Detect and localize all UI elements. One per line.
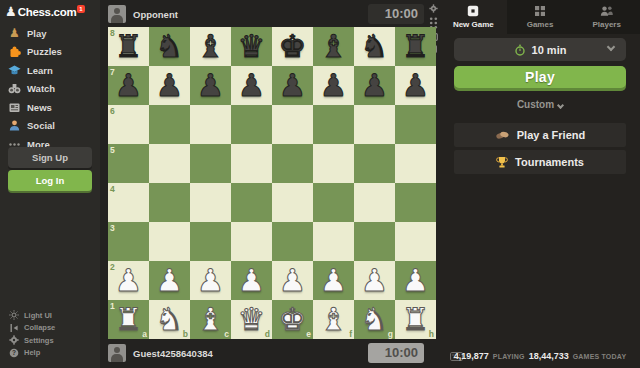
square-g2[interactable]: ♟ (354, 261, 395, 300)
black-pawn[interactable]: ♟ (190, 66, 231, 105)
players-icon (600, 5, 613, 17)
chesscom-pawn-logo-icon: ♟ (5, 5, 17, 19)
square-c2[interactable]: ♟ (190, 261, 231, 300)
nav-label: News (27, 102, 52, 113)
panel-tabs: New Game Games Players (440, 0, 640, 34)
svg-text:?: ? (12, 349, 16, 356)
black-pawn[interactable]: ♟ (149, 66, 190, 105)
log-in-button[interactable]: Log In (8, 170, 92, 191)
footer-label: Light UI (24, 311, 52, 320)
square-b3[interactable] (149, 222, 190, 261)
sidebar-nav: ♟ Play Puzzles Learn Watch News (0, 24, 100, 154)
square-d7[interactable]: ♟ (231, 66, 272, 105)
black-knight[interactable]: ♞ (354, 27, 395, 66)
white-pawn[interactable]: ♟ (272, 261, 313, 300)
player-name: Guest4258640384 (133, 348, 213, 359)
square-d6[interactable] (231, 105, 272, 144)
sidebar-item-social[interactable]: Social (0, 117, 100, 136)
black-king[interactable]: ♚ (272, 27, 313, 66)
games-today-label: GAMES TODAY (573, 353, 627, 360)
square-h2[interactable]: ♟ (395, 261, 436, 300)
collapse-icon (8, 323, 19, 333)
playing-label: PLAYING (493, 353, 525, 360)
square-d1[interactable]: d♛ (231, 300, 272, 339)
square-g1[interactable]: g♞ (354, 300, 395, 339)
nav-label: Play (27, 28, 47, 39)
tab-players[interactable]: Players (573, 0, 640, 34)
square-g4[interactable] (354, 183, 395, 222)
square-a5[interactable]: 5 (108, 144, 149, 183)
square-c7[interactable]: ♟ (190, 66, 231, 105)
rank-label-4: 4 (110, 185, 115, 194)
square-a4[interactable]: 4 (108, 183, 149, 222)
light-ui-icon (8, 310, 19, 320)
white-pawn[interactable]: ♟ (313, 261, 354, 300)
black-queen[interactable]: ♛ (231, 27, 272, 66)
white-rook[interactable]: ♜ (395, 300, 436, 339)
rank-label-6: 6 (110, 107, 115, 116)
white-bishop[interactable]: ♝ (313, 300, 354, 339)
square-h1[interactable]: h♜ (395, 300, 436, 339)
footer-label: Help (24, 348, 40, 357)
nav-label: Social (27, 120, 55, 131)
option-label: Play a Friend (517, 129, 585, 141)
square-c6[interactable] (190, 105, 231, 144)
square-h7[interactable]: ♟ (395, 66, 436, 105)
square-a3[interactable]: 3 (108, 222, 149, 261)
white-pawn[interactable]: ♟ (231, 261, 272, 300)
sidebar-item-play[interactable]: ♟ Play (0, 24, 100, 43)
playing-count: 4,19,877 (454, 351, 489, 361)
newspaper-icon (7, 100, 22, 114)
square-g8[interactable]: ♞ (354, 27, 395, 66)
tab-label: Games (527, 20, 554, 29)
square-g7[interactable]: ♟ (354, 66, 395, 105)
square-d4[interactable] (231, 183, 272, 222)
light-ui-toggle[interactable]: Light UI (0, 309, 100, 322)
square-a8[interactable]: 8♜ (108, 27, 149, 66)
square-h8[interactable]: ♜ (395, 27, 436, 66)
collapse-button[interactable]: Collapse (0, 322, 100, 335)
custom-toggle[interactable]: Custom (440, 99, 640, 110)
square-b4[interactable] (149, 183, 190, 222)
square-e2[interactable]: ♟ (272, 261, 313, 300)
games-today-count: 18,44,733 (529, 351, 569, 361)
white-knight[interactable]: ♞ (149, 300, 190, 339)
square-a7[interactable]: 7♟ (108, 66, 149, 105)
square-e6[interactable] (272, 105, 313, 144)
white-king[interactable]: ♚ (272, 300, 313, 339)
square-f7[interactable]: ♟ (313, 66, 354, 105)
nav-label: Learn (27, 65, 53, 76)
tab-games[interactable]: Games (507, 0, 574, 34)
player-bar: Guest4258640384 (108, 342, 213, 364)
white-pawn[interactable]: ♟ (190, 261, 231, 300)
black-rook[interactable]: ♜ (108, 27, 149, 66)
footer-label: Collapse (24, 323, 55, 332)
square-h3[interactable] (395, 222, 436, 261)
sign-up-button[interactable]: Sign Up (8, 147, 92, 168)
square-h4[interactable] (395, 183, 436, 222)
person-icon (7, 119, 22, 133)
black-bishop[interactable]: ♝ (313, 27, 354, 66)
square-h6[interactable] (395, 105, 436, 144)
opponent-name: Opponent (133, 9, 178, 20)
sidebar-item-watch[interactable]: Watch (0, 80, 100, 99)
sidebar: ♟ Chess.com 1 ♟ Play Puzzles Learn Watch (0, 0, 100, 368)
gear-icon (8, 335, 19, 345)
square-g5[interactable] (354, 144, 395, 183)
sidebar-item-learn[interactable]: Learn (0, 61, 100, 80)
black-pawn[interactable]: ♟ (272, 66, 313, 105)
play-a-friend-button[interactable]: Play a Friend (454, 123, 626, 147)
square-b2[interactable]: ♟ (149, 261, 190, 300)
square-b6[interactable] (149, 105, 190, 144)
black-rook[interactable]: ♜ (395, 27, 436, 66)
timer-icon (514, 44, 526, 56)
help-button[interactable]: ? Help (0, 347, 100, 360)
tournaments-button[interactable]: Tournaments (454, 150, 626, 174)
sidebar-item-news[interactable]: News (0, 98, 100, 117)
chesscom-logo[interactable]: ♟ Chess.com 1 (0, 0, 100, 21)
time-control-value: 10 min (532, 44, 567, 56)
square-a6[interactable]: 6 (108, 105, 149, 144)
player-clock: 10:00 (368, 343, 424, 363)
white-rook[interactable]: ♜ (108, 300, 149, 339)
live-stats: 4,19,877 PLAYING 18,44,733 GAMES TODAY (440, 351, 640, 361)
games-grid-icon (534, 5, 546, 17)
chevron-down-icon (607, 43, 615, 51)
square-a1[interactable]: 1a♜ (108, 300, 149, 339)
player-avatar[interactable] (108, 344, 126, 362)
square-c4[interactable] (190, 183, 231, 222)
play-pawn-icon: ♟ (7, 26, 22, 40)
chevron-down-icon (557, 102, 564, 109)
square-f3[interactable] (313, 222, 354, 261)
notification-badge: 1 (77, 5, 84, 13)
white-knight[interactable]: ♞ (354, 300, 395, 339)
rank-label-3: 3 (110, 224, 115, 233)
time-control-selector[interactable]: 10 min (454, 38, 626, 61)
opponent-avatar[interactable] (108, 5, 126, 23)
square-d5[interactable] (231, 144, 272, 183)
black-pawn[interactable]: ♟ (108, 66, 149, 105)
square-e8[interactable]: ♚ (272, 27, 313, 66)
help-icon: ? (8, 348, 19, 358)
square-d3[interactable] (231, 222, 272, 261)
white-pawn[interactable]: ♟ (354, 261, 395, 300)
tab-new-game[interactable]: New Game (440, 0, 507, 34)
chess-board[interactable]: 8♜♞♝♛♚♝♞♜7♟♟♟♟♟♟♟♟65432♟♟♟♟♟♟♟♟1a♜b♞c♝d♛… (108, 27, 436, 339)
new-game-panel: New Game Games Players 10 min Play Custo… (440, 0, 640, 368)
square-b7[interactable]: ♟ (149, 66, 190, 105)
game-area: Opponent 10:00 8♜♞♝♛♚♝♞♜7♟♟♟♟♟♟♟♟65432♟♟… (100, 0, 440, 368)
white-pawn[interactable]: ♟ (395, 261, 436, 300)
binoculars-icon (7, 82, 22, 96)
square-h5[interactable] (395, 144, 436, 183)
rank-label-5: 5 (110, 146, 115, 155)
sidebar-footer: Light UI Collapse Settings ? Help (0, 309, 100, 359)
tab-label: New Game (453, 20, 494, 29)
nav-label: Puzzles (27, 46, 62, 57)
square-b5[interactable] (149, 144, 190, 183)
square-d2[interactable]: ♟ (231, 261, 272, 300)
square-c8[interactable]: ♝ (190, 27, 231, 66)
square-f2[interactable]: ♟ (313, 261, 354, 300)
square-b8[interactable]: ♞ (149, 27, 190, 66)
trophy-icon (496, 156, 508, 169)
gear-icon[interactable] (429, 4, 438, 13)
graduation-cap-icon (7, 63, 22, 77)
black-pawn[interactable]: ♟ (231, 66, 272, 105)
tab-label: Players (592, 20, 620, 29)
square-f1[interactable]: f♝ (313, 300, 354, 339)
footer-label: Settings (24, 336, 54, 345)
square-f5[interactable] (313, 144, 354, 183)
square-f6[interactable] (313, 105, 354, 144)
black-pawn[interactable]: ♟ (395, 66, 436, 105)
black-bishop[interactable]: ♝ (190, 27, 231, 66)
play-button[interactable]: Play (454, 66, 626, 91)
option-label: Tournaments (515, 156, 584, 168)
white-bishop[interactable]: ♝ (190, 300, 231, 339)
square-d8[interactable]: ♛ (231, 27, 272, 66)
nav-label: Watch (27, 83, 55, 94)
square-c3[interactable] (190, 222, 231, 261)
square-f8[interactable]: ♝ (313, 27, 354, 66)
square-c1[interactable]: c♝ (190, 300, 231, 339)
logo-text: Chess.com (18, 5, 77, 19)
black-pawn[interactable]: ♟ (313, 66, 354, 105)
square-e3[interactable] (272, 222, 313, 261)
new-game-board-icon (467, 5, 479, 17)
white-pawn[interactable]: ♟ (149, 261, 190, 300)
sidebar-item-puzzles[interactable]: Puzzles (0, 43, 100, 62)
square-g6[interactable] (354, 105, 395, 144)
square-c5[interactable] (190, 144, 231, 183)
square-e5[interactable] (272, 144, 313, 183)
square-e1[interactable]: e♚ (272, 300, 313, 339)
settings-button[interactable]: Settings (0, 334, 100, 347)
square-e4[interactable] (272, 183, 313, 222)
square-g3[interactable] (354, 222, 395, 261)
opponent-bar: Opponent (108, 3, 178, 25)
square-e7[interactable]: ♟ (272, 66, 313, 105)
puzzle-icon (7, 45, 22, 59)
white-queen[interactable]: ♛ (231, 300, 272, 339)
handshake-icon (495, 129, 510, 141)
square-a2[interactable]: 2♟ (108, 261, 149, 300)
square-b1[interactable]: b♞ (149, 300, 190, 339)
white-pawn[interactable]: ♟ (108, 261, 149, 300)
black-pawn[interactable]: ♟ (354, 66, 395, 105)
square-f4[interactable] (313, 183, 354, 222)
black-knight[interactable]: ♞ (149, 27, 190, 66)
opponent-clock: 10:00 (368, 4, 424, 24)
custom-label: Custom (517, 99, 554, 110)
